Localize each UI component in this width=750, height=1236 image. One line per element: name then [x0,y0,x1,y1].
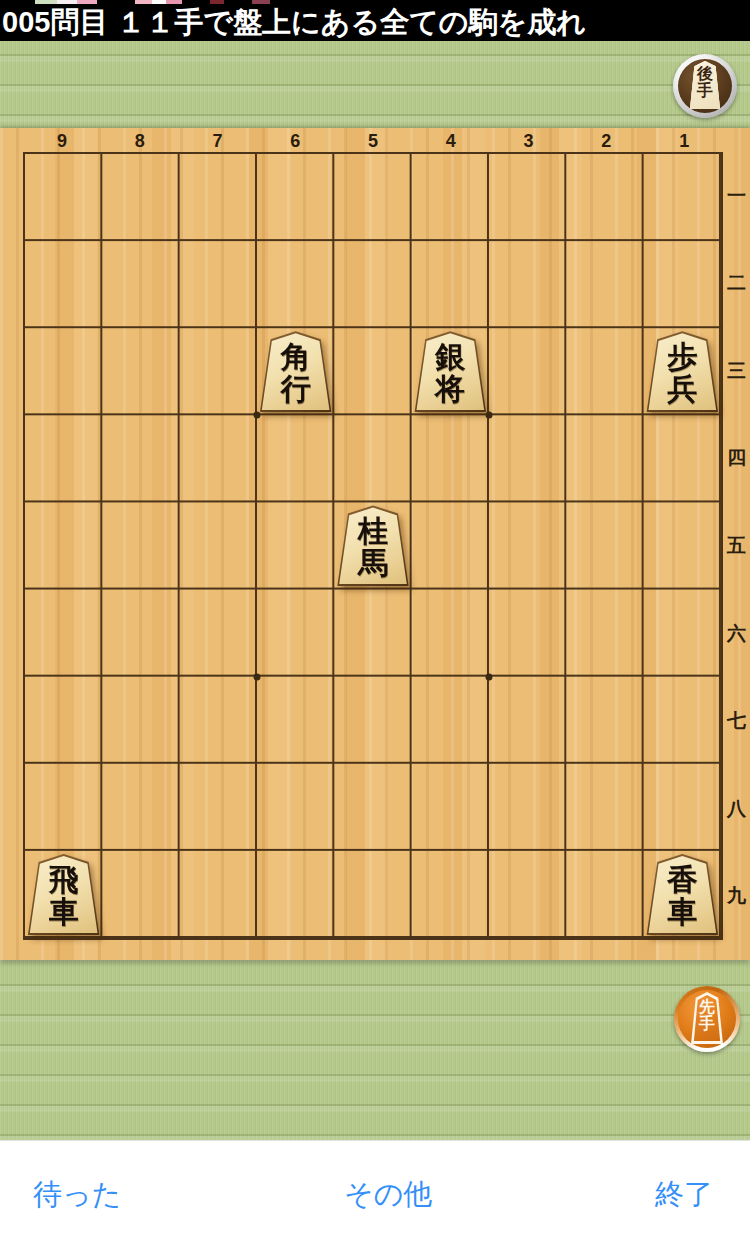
rank-label: 七 [723,677,750,765]
puzzle-title: 005問目 １１手で盤上にある全ての駒を成れ [0,3,586,43]
piece-face: 歩 兵 [646,333,718,410]
file-label: 6 [256,130,334,152]
other-button[interactable]: その他 [344,1175,432,1215]
hoshi-dot [486,673,493,680]
rank-label: 五 [723,502,750,590]
piece-knight[interactable]: 桂 馬 [334,502,411,589]
shogi-board: 9 8 7 6 5 4 3 2 1 一 二 三 四 五 六 七 八 九 [0,128,750,960]
sente-badge-label: 先 手 [699,998,715,1032]
file-label: 4 [412,130,490,152]
file-label: 7 [179,130,257,152]
piece-face: 飛 車 [28,856,100,933]
rank-label: 九 [723,853,750,941]
rank-label: 一 [723,152,750,240]
piece-face: 角 行 [260,333,332,410]
app-screen: 005問目 １１手で盤上にある全ての駒を成れ 後 手 9 8 7 6 5 4 3… [0,0,750,1236]
piece-body: 香 車 [644,854,720,935]
rank-coordinates: 一 二 三 四 五 六 七 八 九 [723,152,750,940]
gote-badge-label: 後 手 [697,65,713,99]
piece-face: 銀 将 [414,333,486,410]
rank-label: 三 [723,327,750,415]
piece-pawn[interactable]: 歩 兵 [644,328,721,415]
piece-rook[interactable]: 飛 車 [25,851,102,938]
file-label: 3 [490,130,568,152]
rank-label: 六 [723,590,750,678]
rank-label: 四 [723,415,750,503]
hoshi-dot [253,673,260,680]
piece-body: 飛 車 [26,854,102,935]
rank-label: 二 [723,240,750,328]
title-bar: 005問目 １１手で盤上にある全ての駒を成れ [0,4,750,41]
piece-body: 歩 兵 [644,331,720,412]
sente-badge: 先 手 [674,986,740,1052]
file-label: 1 [645,130,723,152]
file-label: 9 [23,130,101,152]
piece-bishop[interactable]: 角 行 [257,328,334,415]
rank-label: 八 [723,765,750,853]
board-grid[interactable]: 角 行 銀 将 歩 兵 [23,152,723,940]
quit-button[interactable]: 終了 [655,1175,713,1215]
bottom-toolbar: 待った その他 終了 [0,1140,750,1236]
piece-body: 銀 将 [412,331,488,412]
file-label: 2 [567,130,645,152]
file-label: 5 [334,130,412,152]
gote-badge: 後 手 [673,54,737,118]
piece-silver[interactable]: 銀 将 [412,328,489,415]
piece-body: 角 行 [258,331,334,412]
piece-face: 香 車 [646,856,718,933]
file-label: 8 [101,130,179,152]
piece-lance[interactable]: 香 車 [644,851,721,938]
file-coordinates: 9 8 7 6 5 4 3 2 1 [23,130,723,152]
piece-face: 桂 馬 [337,507,409,584]
undo-button[interactable]: 待った [33,1175,121,1215]
piece-body: 桂 馬 [335,505,411,586]
